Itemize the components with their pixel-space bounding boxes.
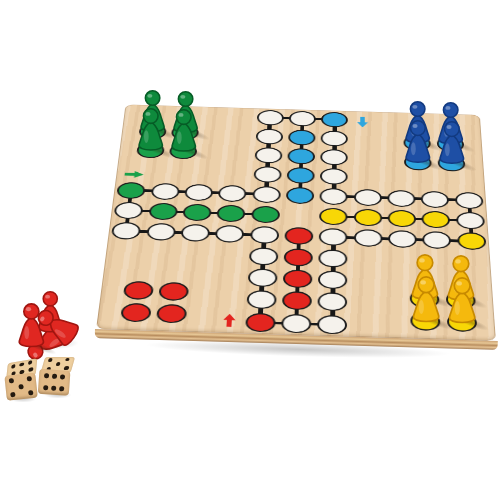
die-pip xyxy=(55,362,61,366)
track-circle-white xyxy=(455,192,484,209)
cell-3-10 xyxy=(205,309,243,333)
die-front-face-5 xyxy=(4,373,37,401)
die-pip xyxy=(26,376,31,381)
cell-1-5 xyxy=(145,201,181,222)
red-pawns-shadow xyxy=(14,334,90,352)
cell-6-7 xyxy=(316,247,351,269)
die-top-face-6 xyxy=(6,358,37,380)
goal-circle-red xyxy=(284,248,313,266)
cell-7-6 xyxy=(351,227,386,249)
track-circle-white xyxy=(421,191,450,208)
die-pip xyxy=(51,385,56,390)
die-shadow xyxy=(39,390,77,400)
die-pip xyxy=(11,371,16,376)
cell-9-5 xyxy=(419,209,454,230)
cell-0-6 xyxy=(108,220,145,242)
track-circle-white xyxy=(320,188,348,205)
blue-base-circle xyxy=(436,136,464,152)
cell-8-4 xyxy=(384,188,418,209)
yellow-base-circle xyxy=(446,313,477,333)
track-circle-white xyxy=(180,224,210,242)
red-pawn[interactable] xyxy=(34,290,67,334)
cell-4-4 xyxy=(249,184,284,205)
die-pip xyxy=(59,386,64,391)
yellow-base-circle xyxy=(410,311,440,331)
die-pip xyxy=(10,392,15,397)
cell-6-2 xyxy=(318,147,351,167)
goal-circle-red xyxy=(282,291,312,310)
cell-6-0 xyxy=(318,110,351,129)
scene xyxy=(0,0,500,500)
track-circle-white xyxy=(184,184,213,201)
start-circle-blue xyxy=(321,112,348,128)
track-circle-white xyxy=(254,147,282,164)
green-base-circle xyxy=(171,125,199,141)
blue-base-circle xyxy=(404,154,432,171)
cell-6-9 xyxy=(315,290,351,313)
track-circle-white xyxy=(255,128,283,144)
goal-circle-green xyxy=(217,205,246,223)
cell-4-1 xyxy=(252,127,286,147)
track-circle-white xyxy=(248,247,278,265)
ludo-board xyxy=(96,104,496,341)
die-pip xyxy=(44,373,49,378)
track-circle-white xyxy=(289,111,316,127)
cell-5-10 xyxy=(278,312,315,336)
goal-circle-yellow xyxy=(354,209,382,227)
cell-4-5 xyxy=(248,204,283,225)
track-circle-white xyxy=(321,149,348,166)
red-pawn[interactable] xyxy=(28,299,85,353)
track-circle-white xyxy=(150,183,180,200)
cell-6-1 xyxy=(318,128,351,148)
die-pip xyxy=(28,367,33,372)
goal-circle-yellow xyxy=(422,211,451,229)
cell-0-4 xyxy=(113,180,149,201)
yellow-base-circle xyxy=(445,290,475,309)
cell-3-6 xyxy=(212,223,248,245)
start-circle-green xyxy=(116,182,146,199)
goal-circle-green xyxy=(148,203,178,221)
track-circle-white xyxy=(252,186,281,203)
blue-arrow-icon xyxy=(356,117,369,128)
yellow-base-circle xyxy=(410,289,440,308)
die-pip xyxy=(46,367,52,371)
goal-circle-blue xyxy=(288,129,315,145)
cell-5-1 xyxy=(285,128,318,148)
track-circle-white xyxy=(318,292,348,311)
cell-6-10 xyxy=(314,313,350,337)
track-circle-white xyxy=(456,212,485,230)
die-pip xyxy=(11,364,16,369)
board-surface xyxy=(96,104,496,341)
cell-1-6 xyxy=(142,221,179,243)
die-shadow xyxy=(4,394,42,404)
goal-circle-red xyxy=(284,227,313,245)
green-arrow-icon xyxy=(124,170,144,178)
cell-5-3 xyxy=(284,165,318,186)
track-circle-white xyxy=(354,229,383,247)
track-circle-white xyxy=(247,268,277,287)
cell-3-5 xyxy=(213,203,249,224)
die-pip xyxy=(47,358,53,362)
die-front-face-6 xyxy=(38,369,71,396)
pawn-shadow xyxy=(15,333,66,361)
cell-5-8 xyxy=(280,267,316,290)
die-pip xyxy=(19,362,24,367)
cell-3-4 xyxy=(215,183,250,204)
cell-8-5 xyxy=(385,208,420,229)
goal-circle-yellow xyxy=(319,208,347,226)
track-circle-white xyxy=(281,314,311,334)
cell-7-0 xyxy=(351,111,384,130)
cell-6-8 xyxy=(315,269,351,292)
cell-7-4 xyxy=(351,187,385,208)
cell-10-4 xyxy=(452,190,487,211)
die-top-face-5 xyxy=(41,357,76,373)
track-circle-white xyxy=(215,225,245,243)
cell-6-3 xyxy=(317,166,351,187)
cell-4-0 xyxy=(253,108,286,127)
track-circle-white xyxy=(319,228,348,246)
cell-5-2 xyxy=(284,146,318,166)
blue-base-circle xyxy=(437,155,465,172)
cell-5-6 xyxy=(281,225,316,247)
die-pip xyxy=(9,378,14,383)
die-pip xyxy=(28,390,33,395)
track-circle-white xyxy=(146,223,176,241)
cell-7-5 xyxy=(351,207,385,228)
track-circle-white xyxy=(388,230,417,248)
track-circle-white xyxy=(218,185,247,202)
track-circle-white xyxy=(114,202,144,220)
die-pip xyxy=(20,369,25,374)
green-base-circle xyxy=(138,124,167,140)
red-pawn-shape xyxy=(14,302,49,349)
red-pawn[interactable] xyxy=(14,302,49,349)
track-circle-white xyxy=(318,270,347,289)
track-circle-white xyxy=(321,130,348,146)
die-pip xyxy=(65,358,71,362)
track-circle-white xyxy=(354,189,382,206)
pawn-shadow xyxy=(35,319,82,346)
cell-4-6 xyxy=(247,224,283,246)
die-pip xyxy=(18,384,23,389)
goal-circle-yellow xyxy=(388,210,417,228)
die-pip xyxy=(43,385,48,390)
cell-10-5 xyxy=(453,210,488,231)
cell-5-7 xyxy=(280,246,316,268)
track-circle-white xyxy=(319,249,348,267)
cell-5-4 xyxy=(283,185,317,206)
red-base-circle xyxy=(122,281,153,300)
cell-0-3 xyxy=(116,160,152,180)
red-base-circle xyxy=(158,282,189,301)
green-base-circle xyxy=(169,143,198,160)
track-circle-white xyxy=(246,290,276,309)
wooden-die-1[interactable] xyxy=(3,358,43,404)
cell-1-4 xyxy=(147,181,183,202)
track-circle-white xyxy=(256,110,283,126)
goal-circle-red xyxy=(283,269,313,288)
die-pip xyxy=(28,360,33,365)
cell-4-9 xyxy=(243,288,280,311)
die-pip xyxy=(63,366,69,370)
cell-4-2 xyxy=(251,145,285,165)
cell-5-9 xyxy=(279,289,315,312)
cell-2-6 xyxy=(177,222,213,244)
cell-2-4 xyxy=(181,182,216,203)
track-circle-white xyxy=(317,315,347,335)
track-circle-white xyxy=(253,166,281,183)
cell-6-5 xyxy=(316,206,350,227)
track-circle-white xyxy=(250,226,279,244)
red-base-circle xyxy=(120,303,152,323)
red-pawn[interactable] xyxy=(18,316,75,371)
goal-circle-blue xyxy=(286,187,314,204)
green-base-circle xyxy=(136,142,165,159)
track-circle-white xyxy=(387,190,415,207)
track-circle-white xyxy=(111,222,142,240)
cell-2-5 xyxy=(179,202,215,223)
track-circle-white xyxy=(320,168,348,185)
cell-4-7 xyxy=(245,245,281,267)
red-arrow-icon xyxy=(222,313,237,327)
cell-9-4 xyxy=(418,189,453,210)
cell-4-8 xyxy=(244,266,280,289)
cell-6-6 xyxy=(316,226,351,248)
wooden-die-2[interactable] xyxy=(38,355,77,399)
red-base-circle xyxy=(156,304,187,324)
blue-base-circle xyxy=(404,135,432,151)
start-circle-red xyxy=(245,313,276,333)
cell-4-3 xyxy=(250,164,284,185)
die-pip xyxy=(52,373,57,378)
cell-0-5 xyxy=(110,200,147,221)
cell-4-10 xyxy=(241,311,278,335)
cell-9-6 xyxy=(419,229,454,251)
goal-circle-green xyxy=(251,206,280,224)
cell-8-6 xyxy=(385,228,420,250)
track-circle-white xyxy=(422,231,451,249)
red-pawn-shape xyxy=(34,290,67,334)
start-circle-yellow xyxy=(457,232,487,250)
goal-circle-green xyxy=(182,204,212,222)
cell-6-4 xyxy=(317,186,351,207)
red-pawn-shape xyxy=(18,316,75,371)
cell-10-6 xyxy=(454,230,490,252)
goal-circle-blue xyxy=(287,167,315,184)
cell-5-0 xyxy=(286,109,319,128)
goal-circle-blue xyxy=(287,148,315,165)
die-pip xyxy=(60,374,65,379)
red-pawn-shape xyxy=(28,299,85,353)
